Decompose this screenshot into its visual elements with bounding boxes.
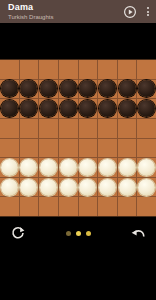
board-cell[interactable] (118, 197, 137, 216)
light-piece[interactable] (60, 159, 77, 176)
dark-piece[interactable] (1, 80, 18, 97)
light-piece[interactable] (99, 159, 116, 176)
light-piece[interactable] (1, 179, 18, 196)
board-cell[interactable] (118, 139, 137, 158)
light-piece[interactable] (40, 179, 57, 196)
board-cell[interactable] (137, 60, 156, 79)
board-cell[interactable] (0, 80, 19, 99)
board-cell[interactable] (0, 139, 19, 158)
dark-piece[interactable] (79, 80, 96, 97)
light-piece[interactable] (138, 179, 155, 196)
dark-piece[interactable] (20, 80, 37, 97)
board-cell[interactable] (0, 60, 19, 79)
board-cell[interactable] (20, 60, 39, 79)
board-cell[interactable] (98, 119, 117, 138)
board-cell[interactable] (98, 60, 117, 79)
app-bar: Dama Turkish Draughts (0, 0, 156, 23)
board-cell[interactable] (0, 158, 19, 177)
board-cell[interactable] (0, 119, 19, 138)
board-cell[interactable] (0, 178, 19, 197)
board-cell[interactable] (137, 197, 156, 216)
board-cell[interactable] (98, 99, 117, 118)
light-piece[interactable] (99, 179, 116, 196)
board-cell[interactable] (39, 139, 58, 158)
board-cell[interactable] (20, 119, 39, 138)
light-piece[interactable] (79, 159, 96, 176)
light-piece[interactable] (60, 179, 77, 196)
overflow-menu-icon[interactable] (146, 6, 150, 17)
board-cell[interactable] (79, 178, 98, 197)
board-cell[interactable] (98, 197, 117, 216)
page-indicator-dot (66, 231, 71, 236)
board-cell[interactable] (0, 99, 19, 118)
board-cell[interactable] (98, 139, 117, 158)
dark-piece[interactable] (99, 100, 116, 117)
board-cell[interactable] (118, 158, 137, 177)
board-cell[interactable] (20, 80, 39, 99)
board-cell[interactable] (79, 158, 98, 177)
light-piece[interactable] (40, 159, 57, 176)
dark-piece[interactable] (20, 100, 37, 117)
app-bar-titles: Dama Turkish Draughts (8, 3, 123, 20)
board-cell[interactable] (39, 99, 58, 118)
board-cell[interactable] (79, 80, 98, 99)
board-cell[interactable] (20, 99, 39, 118)
board-cell[interactable] (118, 119, 137, 138)
board-cell[interactable] (59, 60, 78, 79)
board-cell[interactable] (118, 60, 137, 79)
light-piece[interactable] (20, 159, 37, 176)
restart-icon[interactable] (8, 226, 28, 240)
app-bar-actions (123, 5, 150, 19)
board-cell[interactable] (118, 99, 137, 118)
board-cell[interactable] (137, 139, 156, 158)
board-cell[interactable] (79, 139, 98, 158)
dark-piece[interactable] (119, 100, 136, 117)
draughts-board[interactable] (0, 59, 156, 217)
board-cell[interactable] (98, 158, 117, 177)
board-cell[interactable] (59, 80, 78, 99)
light-piece[interactable] (138, 159, 155, 176)
board-cell[interactable] (79, 60, 98, 79)
light-piece[interactable] (79, 179, 96, 196)
light-piece[interactable] (20, 179, 37, 196)
play-circle-icon[interactable] (123, 5, 137, 19)
board-cell[interactable] (98, 80, 117, 99)
board-cell[interactable] (39, 158, 58, 177)
board-cell[interactable] (20, 158, 39, 177)
board-cell[interactable] (59, 178, 78, 197)
board-cell[interactable] (59, 99, 78, 118)
board-cell[interactable] (39, 119, 58, 138)
board-cell[interactable] (118, 80, 137, 99)
light-piece[interactable] (119, 179, 136, 196)
board-cell[interactable] (137, 119, 156, 138)
board-cell[interactable] (79, 99, 98, 118)
board-cell[interactable] (20, 139, 39, 158)
dark-piece[interactable] (119, 80, 136, 97)
undo-icon[interactable] (128, 228, 148, 239)
top-spacer (0, 23, 156, 59)
page-indicator-dot (76, 231, 81, 236)
dark-piece[interactable] (1, 100, 18, 117)
light-piece[interactable] (1, 159, 18, 176)
page-indicator-dot (86, 231, 91, 236)
board-cell[interactable] (98, 178, 117, 197)
dark-piece[interactable] (138, 80, 155, 97)
board-cell[interactable] (20, 197, 39, 216)
board-cell[interactable] (0, 197, 19, 216)
board-cell[interactable] (137, 99, 156, 118)
bottom-toolbar (0, 217, 156, 249)
app-screen: Dama Turkish Draughts (0, 0, 156, 300)
app-subtitle: Turkish Draughts (8, 14, 123, 20)
dark-piece[interactable] (60, 100, 77, 117)
light-piece[interactable] (119, 159, 136, 176)
board-cell[interactable] (39, 60, 58, 79)
board-cell[interactable] (20, 178, 39, 197)
page-indicator (28, 231, 128, 236)
board-cell[interactable] (59, 139, 78, 158)
dark-piece[interactable] (79, 100, 96, 117)
board-cell[interactable] (118, 178, 137, 197)
board-cell[interactable] (137, 80, 156, 99)
dark-piece[interactable] (99, 80, 116, 97)
board-cell[interactable] (39, 178, 58, 197)
board-cell[interactable] (79, 197, 98, 216)
app-title: Dama (8, 3, 123, 12)
board-cell[interactable] (59, 119, 78, 138)
dark-piece[interactable] (40, 100, 57, 117)
board-cell[interactable] (59, 158, 78, 177)
board-cell[interactable] (39, 197, 58, 216)
board-cell[interactable] (39, 80, 58, 99)
board-cell[interactable] (59, 197, 78, 216)
board-cell[interactable] (137, 178, 156, 197)
board-cell[interactable] (137, 158, 156, 177)
dark-piece[interactable] (138, 100, 155, 117)
board-cell[interactable] (79, 119, 98, 138)
dark-piece[interactable] (40, 80, 57, 97)
dark-piece[interactable] (60, 80, 77, 97)
